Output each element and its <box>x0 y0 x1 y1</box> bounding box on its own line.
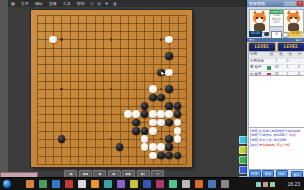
chat-text: [提示] <box>250 143 258 147</box>
grid-line <box>186 15 187 164</box>
column-header: 负 <box>286 52 295 58</box>
taskbar-app-icon[interactable] <box>26 180 34 188</box>
taskbar-app-icon[interactable] <box>208 180 216 188</box>
maximize-button[interactable]: □ <box>290 1 296 6</box>
white-clock-active: 00:00 <box>289 31 302 37</box>
white-stone <box>165 69 173 77</box>
white-stone <box>149 110 157 118</box>
chat-text: 加油! <box>288 133 296 137</box>
move-navigation-buttons: |◀◀◀◀▶▶▶▶|≡ <box>64 170 166 177</box>
taskbar[interactable]: 16:23 <box>0 177 304 190</box>
black-stone <box>165 102 173 110</box>
black-clock: 00:00 <box>249 31 262 37</box>
menu-item[interactable]: 帮助 <box>77 0 85 7</box>
menu-tool-icon[interactable]: ◷ <box>90 0 94 7</box>
taskbar-app-icon[interactable] <box>143 180 151 188</box>
window-edge-strip <box>0 0 8 177</box>
black-stone <box>132 127 140 135</box>
chat-button-row: 申请聊天设置退出 <box>247 169 304 177</box>
black-stone <box>165 119 173 127</box>
menu-item[interactable]: 工具 <box>63 0 71 7</box>
taskbar-app-icon[interactable] <box>65 180 73 188</box>
white-stone <box>157 119 165 127</box>
white-stone <box>149 119 157 127</box>
black-stone <box>165 52 173 60</box>
white-player-name: 白方 <box>296 38 302 42</box>
grid-line <box>120 15 121 164</box>
black-stone <box>157 152 165 160</box>
black-stone <box>165 152 173 160</box>
black-stone <box>141 127 149 135</box>
taskbar-app-icon[interactable] <box>169 180 177 188</box>
menu-tool-icon[interactable]: ◨ <box>112 0 116 7</box>
tray-icon[interactable] <box>263 182 268 187</box>
column-header: 分 <box>295 52 304 58</box>
white-stone <box>149 143 157 151</box>
column-header: 胜 <box>276 52 285 58</box>
taskbar-app-icon[interactable] <box>52 180 60 188</box>
black-stone <box>116 143 124 151</box>
fox-window-titlebar[interactable]: 野狐围棋 ─ □ × <box>247 0 304 7</box>
taskbar-app-icon[interactable] <box>117 180 125 188</box>
white-stone <box>157 143 165 151</box>
player-avatar-left[interactable] <box>249 9 270 33</box>
taskbar-app-icon[interactable] <box>39 180 47 188</box>
taskbar-clock: 16:23 <box>287 181 300 187</box>
player-avatar-right[interactable] <box>283 9 304 33</box>
grid-line <box>37 131 186 132</box>
game-info-card: 对局信息 19路 有级位 20分 <box>269 9 284 27</box>
clock-row: 00:00 0 00:00 <box>247 31 304 37</box>
white-stone <box>149 152 157 160</box>
black-stone-icon <box>264 32 269 37</box>
black-stone <box>149 94 157 102</box>
menu-item[interactable]: 文件 <box>21 0 29 7</box>
white-stone <box>165 110 173 118</box>
black-stone <box>165 135 173 143</box>
black-stone <box>58 135 66 143</box>
taskbar-app-icon[interactable] <box>195 180 203 188</box>
menu-tool-icon[interactable]: ✚ <box>105 0 108 7</box>
star-point <box>160 138 163 141</box>
chat-text: [系统] 欢迎进入野狐围棋对局室观战 <box>250 129 300 133</box>
taskbar-app-icon[interactable] <box>91 180 99 188</box>
fox-go-client-panel: 野狐围棋 ─ □ × 对局信息 19路 有级位 20分 <box>247 0 304 183</box>
white-stone <box>157 110 165 118</box>
game-info-line: 20分 <box>270 21 283 25</box>
chat-line: [系统] 对局开始, 黑贴6目半 加油! <box>250 133 303 137</box>
white-stone <box>174 135 182 143</box>
black-stone <box>141 110 149 118</box>
black-stone <box>165 143 173 151</box>
column-header: 段 <box>267 52 276 58</box>
column-header: 对局 <box>250 52 267 58</box>
screen: ▦文件编辑查看工具帮助◷▤✚◨ ➤ |◀◀◀◀▶▶▶▶|≡ 野狐围棋 ─ □ × <box>0 0 304 190</box>
black-stone <box>174 152 182 160</box>
black-stone <box>174 102 182 110</box>
menu-item[interactable]: ▦ <box>11 0 15 7</box>
white-stone <box>49 36 57 44</box>
menu-tool-icon[interactable]: ▤ <box>97 0 101 7</box>
menu-item[interactable]: 编辑 <box>35 0 43 7</box>
stat-cell: 1 <box>271 59 282 65</box>
list-body[interactable] <box>248 75 304 128</box>
stat-cell: -- <box>293 59 304 65</box>
taskbar-app-icon[interactable] <box>182 180 190 188</box>
white-stone <box>174 119 182 127</box>
grid-line <box>128 15 129 164</box>
taskbar-app-icon[interactable] <box>130 180 138 188</box>
white-stone <box>174 127 182 135</box>
white-stone <box>149 85 157 93</box>
black-player-name: 黑方 <box>249 38 255 42</box>
grid-line <box>136 15 137 164</box>
stat-cell: -2 <box>293 65 304 71</box>
chat-text: [系统] 对局开始, 黑贴6目半 <box>250 133 288 137</box>
black-stone <box>174 110 182 118</box>
fox-mascot-icon <box>250 10 269 32</box>
taskbar-app-icon[interactable] <box>104 180 112 188</box>
player-name-cell: 对局信息 <box>250 59 267 65</box>
chat-messages[interactable]: [系统] 欢迎进入野狐围棋对局室观战[系统] 对局开始, 黑贴6目半 加油![系… <box>248 127 304 170</box>
white-stone <box>124 110 132 118</box>
grid-line <box>37 164 186 165</box>
taskbar-app-icon[interactable] <box>221 180 229 188</box>
chat-line: [系统] 欢迎进入野狐围棋对局室观战 <box>250 129 303 133</box>
taskbar-app-icon[interactable] <box>156 180 164 188</box>
white-stone <box>141 135 149 143</box>
chat-text: [系统] 棋手入座, 请多指教... <box>250 138 289 142</box>
black-stone <box>157 94 165 102</box>
menu-item[interactable]: 查看 <box>49 0 57 7</box>
tray-icon[interactable] <box>270 182 275 187</box>
black-stone <box>132 119 140 127</box>
chat-text: 请文明观战, 禁止支招 <box>258 143 289 147</box>
player-name-bar: 黑方 白方 <box>247 38 304 42</box>
black-stone <box>141 102 149 110</box>
start-button[interactable] <box>3 180 11 188</box>
fox-mascot-icon <box>284 10 303 32</box>
fox-window-title: 野狐围棋 <box>249 1 265 6</box>
chat-line: [提示] 请文明观战, 禁止支招 <box>250 143 303 147</box>
white-stone <box>149 127 157 135</box>
close-button[interactable]: × <box>297 1 303 6</box>
taskbar-app-icon[interactable] <box>78 180 86 188</box>
white-stone <box>165 36 173 44</box>
grid-line <box>37 106 186 107</box>
chat-line: [系统] 棋手入座, 请多指教... <box>250 138 303 142</box>
tray-icon[interactable] <box>256 182 261 187</box>
white-stone <box>141 143 149 151</box>
stat-cell: 0 <box>282 59 293 65</box>
white-stone <box>132 110 140 118</box>
black-stone <box>165 85 173 93</box>
star-point <box>60 38 63 41</box>
player-name-cell: 黑·棋手 <box>250 65 267 71</box>
stat-cell: 1 <box>282 65 293 71</box>
stat-cell: 18 <box>271 65 282 71</box>
go-board[interactable]: ➤ <box>31 10 192 167</box>
